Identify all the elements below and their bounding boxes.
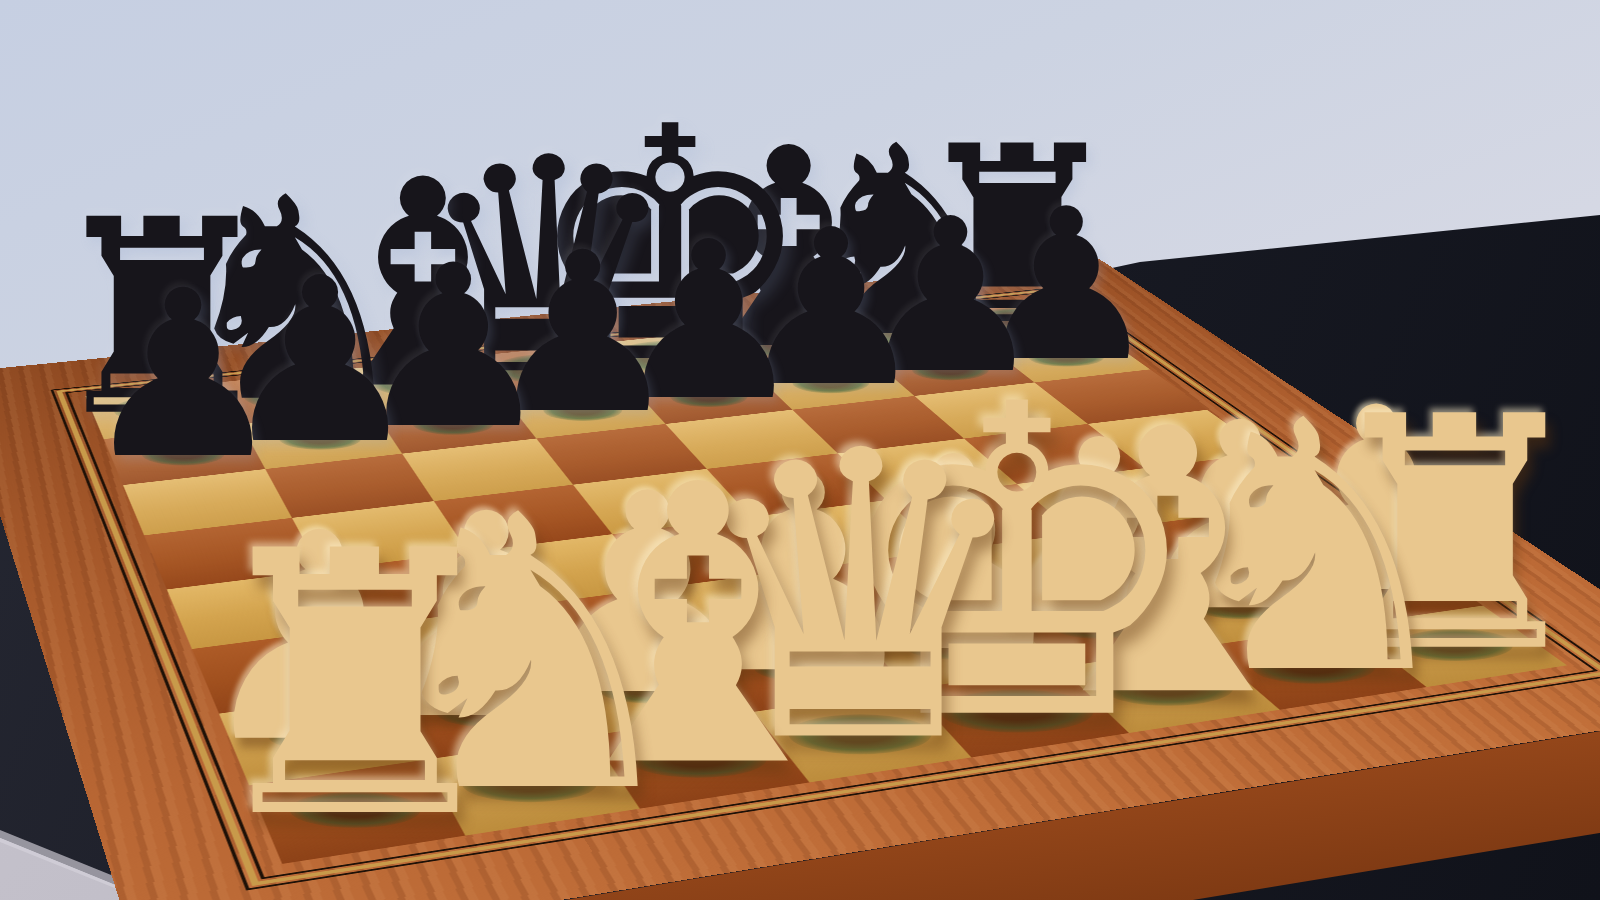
chess-photo-scene: ♜♞♝♛♚♝♞♜♟♟♟♟♟♟♟♟♟♟♟♟♟♟♟♟♜♞♝♛♚♝♞♜ [0, 0, 1600, 900]
piece-white-rook-a1[interactable]: ♜ [192, 505, 518, 869]
piece-black-pawn-a7[interactable]: ♟ [80, 260, 287, 491]
